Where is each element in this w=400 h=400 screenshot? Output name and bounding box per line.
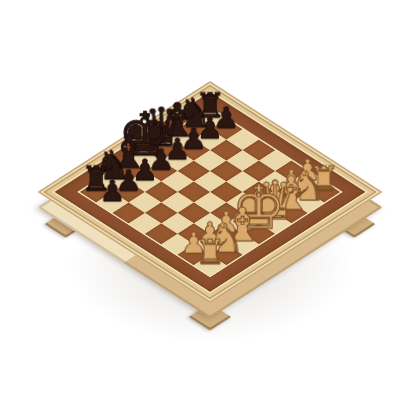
piece-white-rook-h1: ♜: [195, 234, 225, 268]
chess-set-photo: ♜♟♟♜♞♟♟♞♝♟♟♝♛♟♟♛♚♟♟♚♝♟♟♝♞♟♟♞♜♟♟♜: [0, 0, 400, 400]
piece-black-pawn-h7: ♟: [99, 176, 125, 205]
